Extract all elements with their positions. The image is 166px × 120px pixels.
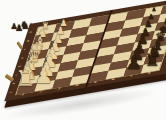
chess-set-product-photo: 12345678abcdefgh ♜♟♞♟♝♟♟♜♚♟♟♞♛♟♟♝♝♟♟♚♞♟♟… xyxy=(0,0,166,120)
frame-coordinate-label: c xyxy=(15,74,18,76)
frame-coordinate-label: 3 xyxy=(57,87,61,90)
frame-coordinate-label: 6 xyxy=(111,78,115,81)
frame-coordinate-label: 2 xyxy=(39,90,43,93)
frame-coordinate-label: e xyxy=(21,57,24,59)
frame-coordinate-label: d xyxy=(18,65,21,67)
frame-coordinate-label: 7 xyxy=(129,75,133,78)
frame-coordinate-label: a xyxy=(9,91,12,93)
loose-pawn-piece: ♟ xyxy=(10,23,18,31)
frame-coordinate-label: h xyxy=(29,31,32,33)
frame-coordinate-label: f xyxy=(23,48,25,50)
frame-coordinate-label: b xyxy=(12,82,15,84)
loose-pawn-piece: ♟ xyxy=(15,24,24,33)
frame-coordinate-label: 4 xyxy=(75,84,79,87)
frame-coordinate-label: 8 xyxy=(147,72,151,75)
frame-coordinate-label: 1 xyxy=(21,93,25,96)
frame-coordinate-label: 5 xyxy=(93,81,97,84)
frame-coordinate-label: g xyxy=(26,40,29,42)
